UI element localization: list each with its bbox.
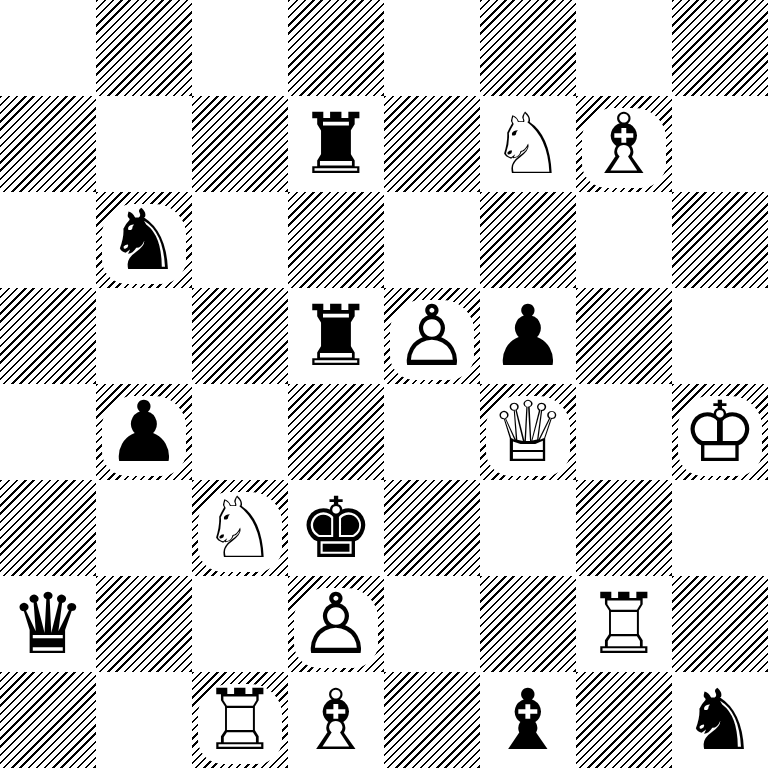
square-f1[interactable]: ♝ <box>480 672 576 768</box>
square-b6[interactable]: ♞ <box>96 192 192 288</box>
square-h4[interactable]: ♔ <box>672 384 768 480</box>
square-f2[interactable] <box>480 576 576 672</box>
square-g7[interactable]: ♗ <box>576 96 672 192</box>
square-b8[interactable] <box>96 0 192 96</box>
white-knight-piece[interactable]: ♘ <box>490 96 565 192</box>
black-rook-piece[interactable]: ♜ <box>298 96 373 192</box>
square-c3[interactable]: ♘ <box>192 480 288 576</box>
black-knight-piece[interactable]: ♞ <box>682 672 757 768</box>
square-c8[interactable] <box>192 0 288 96</box>
white-king-piece[interactable]: ♔ <box>682 384 757 480</box>
square-g3[interactable] <box>576 480 672 576</box>
square-f4[interactable]: ♕ <box>480 384 576 480</box>
square-a7[interactable] <box>0 96 96 192</box>
square-f5[interactable]: ♟ <box>480 288 576 384</box>
square-h8[interactable] <box>672 0 768 96</box>
white-pawn-piece[interactable]: ♙ <box>298 576 373 672</box>
square-h5[interactable] <box>672 288 768 384</box>
square-a6[interactable] <box>0 192 96 288</box>
square-b3[interactable] <box>96 480 192 576</box>
square-h7[interactable] <box>672 96 768 192</box>
square-g1[interactable] <box>576 672 672 768</box>
white-bishop-piece[interactable]: ♗ <box>298 672 373 768</box>
square-h1[interactable]: ♞ <box>672 672 768 768</box>
black-pawn-piece[interactable]: ♟ <box>490 288 565 384</box>
white-rook-piece[interactable]: ♖ <box>586 576 661 672</box>
square-e4[interactable] <box>384 384 480 480</box>
square-f3[interactable] <box>480 480 576 576</box>
square-f8[interactable] <box>480 0 576 96</box>
square-d1[interactable]: ♗ <box>288 672 384 768</box>
white-pawn-piece[interactable]: ♙ <box>394 288 469 384</box>
square-c5[interactable] <box>192 288 288 384</box>
square-a1[interactable] <box>0 672 96 768</box>
square-e1[interactable] <box>384 672 480 768</box>
square-g2[interactable]: ♖ <box>576 576 672 672</box>
white-knight-piece[interactable]: ♘ <box>202 480 277 576</box>
square-h6[interactable] <box>672 192 768 288</box>
black-knight-piece[interactable]: ♞ <box>106 192 181 288</box>
square-e5[interactable]: ♙ <box>384 288 480 384</box>
square-d4[interactable] <box>288 384 384 480</box>
white-queen-piece[interactable]: ♕ <box>490 384 565 480</box>
square-c7[interactable] <box>192 96 288 192</box>
square-e2[interactable] <box>384 576 480 672</box>
square-h3[interactable] <box>672 480 768 576</box>
square-a5[interactable] <box>0 288 96 384</box>
black-king-piece[interactable]: ♚ <box>298 480 373 576</box>
square-g8[interactable] <box>576 0 672 96</box>
square-d6[interactable] <box>288 192 384 288</box>
chess-board: ♜♘♗♞♜♙♟♟♕♔♘♚♛♙♖♖♗♝♞ <box>0 0 768 768</box>
white-rook-piece[interactable]: ♖ <box>202 672 277 768</box>
square-e7[interactable] <box>384 96 480 192</box>
square-d7[interactable]: ♜ <box>288 96 384 192</box>
square-d8[interactable] <box>288 0 384 96</box>
square-e3[interactable] <box>384 480 480 576</box>
square-c2[interactable] <box>192 576 288 672</box>
square-a3[interactable] <box>0 480 96 576</box>
square-b7[interactable] <box>96 96 192 192</box>
square-b1[interactable] <box>96 672 192 768</box>
square-c4[interactable] <box>192 384 288 480</box>
black-pawn-piece[interactable]: ♟ <box>106 384 181 480</box>
square-g5[interactable] <box>576 288 672 384</box>
square-b5[interactable] <box>96 288 192 384</box>
square-d5[interactable]: ♜ <box>288 288 384 384</box>
square-a2[interactable]: ♛ <box>0 576 96 672</box>
square-e8[interactable] <box>384 0 480 96</box>
square-e6[interactable] <box>384 192 480 288</box>
square-a4[interactable] <box>0 384 96 480</box>
square-g4[interactable] <box>576 384 672 480</box>
white-bishop-piece[interactable]: ♗ <box>586 96 661 192</box>
square-d2[interactable]: ♙ <box>288 576 384 672</box>
square-a8[interactable] <box>0 0 96 96</box>
square-b4[interactable]: ♟ <box>96 384 192 480</box>
black-rook-piece[interactable]: ♜ <box>298 288 373 384</box>
square-c1[interactable]: ♖ <box>192 672 288 768</box>
square-g6[interactable] <box>576 192 672 288</box>
square-d3[interactable]: ♚ <box>288 480 384 576</box>
square-h2[interactable] <box>672 576 768 672</box>
black-queen-piece[interactable]: ♛ <box>10 576 85 672</box>
square-f6[interactable] <box>480 192 576 288</box>
square-c6[interactable] <box>192 192 288 288</box>
square-b2[interactable] <box>96 576 192 672</box>
black-bishop-piece[interactable]: ♝ <box>490 672 565 768</box>
square-f7[interactable]: ♘ <box>480 96 576 192</box>
